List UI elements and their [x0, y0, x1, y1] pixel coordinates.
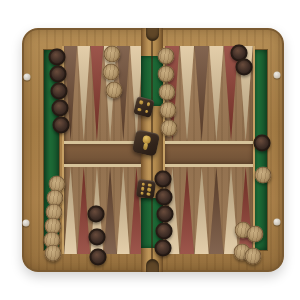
checker-dark[interactable] [156, 189, 173, 206]
checker-light[interactable] [255, 167, 272, 184]
magnet-pin [274, 219, 281, 226]
point-t9-walnut[interactable] [194, 46, 209, 141]
frame-notch-bottom [146, 259, 159, 272]
checker-dark[interactable] [155, 171, 172, 188]
latch-brass-stem-icon [143, 143, 148, 151]
mid-bar-right [165, 141, 253, 167]
point-b10-walnut[interactable] [209, 167, 224, 254]
point-b11-light[interactable] [224, 167, 239, 254]
checker-dark[interactable] [52, 100, 69, 117]
checker-light[interactable] [158, 48, 175, 65]
checker-light[interactable] [159, 84, 176, 101]
checker-dark[interactable] [50, 66, 67, 83]
die-2-showing-6[interactable] [136, 179, 156, 199]
checker-dark[interactable] [156, 223, 173, 240]
magnet-pin [24, 74, 31, 81]
point-b5-light[interactable] [117, 167, 130, 254]
checker-light[interactable] [45, 245, 62, 262]
checker-dark[interactable] [90, 249, 107, 266]
brass-latch[interactable] [132, 129, 160, 156]
point-b9-light[interactable] [194, 167, 209, 254]
point-t2-light[interactable] [77, 46, 90, 141]
point-t3-red[interactable] [90, 46, 103, 141]
checker-light[interactable] [158, 66, 175, 83]
point-t10-light[interactable] [209, 46, 224, 141]
die-pip [141, 182, 145, 186]
checker-dark[interactable] [157, 206, 174, 223]
die-pip [139, 100, 143, 104]
checker-light[interactable] [247, 226, 264, 243]
checker-dark[interactable] [236, 59, 253, 76]
magnet-pin [274, 72, 281, 79]
backgammon-product-photo [0, 0, 300, 300]
checker-dark[interactable] [88, 206, 105, 223]
die-pip [148, 183, 152, 187]
point-b4-walnut[interactable] [104, 167, 117, 254]
checker-dark[interactable] [89, 229, 106, 246]
checker-dark[interactable] [49, 49, 66, 66]
die-pip [141, 187, 145, 191]
checker-dark[interactable] [53, 117, 70, 134]
checker-light[interactable] [245, 248, 262, 265]
checker-light[interactable] [104, 46, 121, 63]
checker-dark[interactable] [254, 135, 271, 152]
checker-light[interactable] [103, 64, 120, 81]
die-pip [144, 109, 148, 113]
points-bottom-right [165, 167, 253, 254]
frame-notch-top [146, 28, 159, 41]
checker-dark[interactable] [51, 83, 68, 100]
die-pip [147, 187, 151, 191]
magnet-pin [23, 220, 30, 227]
point-b8-red[interactable] [180, 167, 195, 254]
points-top-left [64, 46, 143, 141]
die-pip [146, 102, 150, 106]
point-b1-light[interactable] [64, 167, 77, 254]
checker-light[interactable] [106, 82, 123, 99]
checker-light[interactable] [161, 120, 178, 137]
point-t8-light[interactable] [180, 46, 195, 141]
checker-light[interactable] [160, 102, 177, 119]
die-pip [137, 107, 141, 111]
checker-dark[interactable] [155, 240, 172, 257]
mid-bar-left [64, 141, 143, 167]
die-pip [140, 191, 144, 195]
die-pip [147, 192, 151, 196]
